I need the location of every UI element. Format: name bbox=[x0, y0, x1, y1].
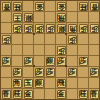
board-cell[interactable]: 歩 bbox=[89, 23, 99, 33]
board-cell[interactable] bbox=[67, 78, 77, 88]
board-cell[interactable]: 歩 bbox=[23, 56, 33, 66]
board-cell[interactable]: 歩 bbox=[1, 34, 11, 44]
shogi-piece-sente[interactable]: 銀 bbox=[46, 57, 55, 66]
board-cell[interactable]: 角 bbox=[12, 78, 22, 88]
board-cell[interactable]: 歩 bbox=[78, 23, 88, 33]
board-cell[interactable] bbox=[45, 45, 55, 55]
board-cell[interactable]: 金 bbox=[34, 1, 44, 11]
board-cell[interactable]: 香 bbox=[1, 1, 11, 11]
board-cell[interactable] bbox=[89, 12, 99, 22]
board-cell[interactable]: 飛 bbox=[56, 12, 66, 22]
board-cell[interactable]: 歩 bbox=[12, 67, 22, 77]
board-cell[interactable] bbox=[56, 67, 66, 77]
board-cell[interactable]: 玉 bbox=[23, 78, 33, 88]
shogi-piece-gote[interactable]: 桂 bbox=[13, 2, 22, 11]
board-cell[interactable] bbox=[23, 67, 33, 77]
board-cell[interactable]: 歩 bbox=[23, 23, 33, 33]
board-cell[interactable] bbox=[89, 34, 99, 44]
shogi-piece-gote[interactable]: 銀 bbox=[57, 24, 66, 33]
board-cell[interactable]: 桂 bbox=[12, 89, 22, 99]
board-cell[interactable] bbox=[45, 34, 55, 44]
shogi-piece-sente[interactable]: 金 bbox=[24, 90, 33, 99]
board-cell[interactable] bbox=[1, 23, 11, 33]
board-cell[interactable] bbox=[45, 1, 55, 11]
shogi-piece-sente[interactable]: 玉 bbox=[24, 79, 33, 88]
shogi-piece-gote[interactable]: 歩 bbox=[13, 24, 22, 33]
board-cell[interactable]: 香 bbox=[1, 89, 11, 99]
board-cell[interactable]: 銀 bbox=[34, 78, 44, 88]
board-cell[interactable]: 金 bbox=[56, 1, 66, 11]
shogi-piece-sente[interactable]: 歩 bbox=[35, 68, 44, 77]
shogi-piece-gote[interactable]: 飛 bbox=[57, 13, 66, 22]
shogi-piece-sente[interactable]: 歩 bbox=[2, 57, 11, 66]
shogi-piece-gote[interactable]: 桂 bbox=[79, 2, 88, 11]
board-cell[interactable]: 歩 bbox=[78, 56, 88, 66]
shogi-piece-gote[interactable]: 香 bbox=[90, 2, 99, 11]
board-cell[interactable] bbox=[56, 34, 66, 44]
board-cell[interactable]: 歩 bbox=[45, 67, 55, 77]
shogi-piece-sente[interactable]: 歩 bbox=[24, 57, 33, 66]
board-cell[interactable]: 歩 bbox=[56, 45, 66, 55]
shogi-piece-gote[interactable]: 金 bbox=[35, 2, 44, 11]
board-cell[interactable]: 歩 bbox=[89, 67, 99, 77]
board-cell[interactable] bbox=[45, 78, 55, 88]
board-cell[interactable]: 歩 bbox=[67, 34, 77, 44]
shogi-piece-gote[interactable]: 歩 bbox=[24, 24, 33, 33]
shogi-piece-gote[interactable]: 歩 bbox=[46, 24, 55, 33]
shogi-piece-sente[interactable]: 銀 bbox=[35, 79, 44, 88]
board-cell[interactable] bbox=[23, 34, 33, 44]
star-point-dot bbox=[33, 33, 35, 35]
shogi-piece-gote[interactable]: 王 bbox=[13, 13, 22, 22]
shogi-piece-gote[interactable]: 銀 bbox=[24, 13, 33, 22]
board-cell[interactable]: 桂 bbox=[12, 1, 22, 11]
board-cell[interactable] bbox=[1, 78, 11, 88]
shogi-piece-sente[interactable]: 桂 bbox=[13, 90, 22, 99]
board-cell[interactable]: 歩 bbox=[67, 67, 77, 77]
shogi-piece-sente[interactable]: 歩 bbox=[90, 68, 99, 77]
board-cell[interactable] bbox=[34, 56, 44, 66]
board-cell[interactable] bbox=[78, 45, 88, 55]
board-cell[interactable]: 桂 bbox=[78, 89, 88, 99]
board-cell[interactable] bbox=[67, 45, 77, 55]
shogi-piece-sente[interactable]: 桂 bbox=[79, 90, 88, 99]
shogi-piece-sente[interactable]: 金 bbox=[57, 90, 66, 99]
board-cell[interactable]: 歩 bbox=[34, 23, 44, 33]
board-cell[interactable] bbox=[12, 56, 22, 66]
board-cell[interactable]: 飛 bbox=[56, 78, 66, 88]
board-cell[interactable]: 桂 bbox=[78, 1, 88, 11]
board-cell[interactable]: 銀 bbox=[45, 56, 55, 66]
board-cell[interactable]: 角 bbox=[67, 23, 77, 33]
board-cell[interactable] bbox=[45, 12, 55, 22]
shogi-piece-gote[interactable]: 歩 bbox=[2, 35, 11, 44]
board-cell[interactable] bbox=[67, 1, 77, 11]
board-cell[interactable] bbox=[23, 45, 33, 55]
board-cell[interactable] bbox=[89, 78, 99, 88]
board-cell[interactable] bbox=[23, 1, 33, 11]
board-cell[interactable] bbox=[45, 89, 55, 99]
shogi-piece-sente[interactable]: 歩 bbox=[13, 68, 22, 77]
shogi-piece-gote[interactable]: 歩 bbox=[35, 24, 44, 33]
board-cell[interactable]: 歩 bbox=[45, 23, 55, 33]
board-cell[interactable]: 銀 bbox=[23, 12, 33, 22]
shogi-piece-sente[interactable]: 歩 bbox=[68, 68, 77, 77]
board-cell[interactable] bbox=[78, 78, 88, 88]
board-cell[interactable] bbox=[78, 34, 88, 44]
board-cell[interactable] bbox=[1, 67, 11, 77]
board-cell[interactable] bbox=[1, 12, 11, 22]
board-grid: 香桂金金桂香王銀飛歩歩歩歩銀角歩歩歩歩歩歩歩銀歩歩歩歩歩歩歩角玉銀飛香桂金金桂香 bbox=[1, 1, 99, 99]
shogi-board: 香桂金金桂香王銀飛歩歩歩歩銀角歩歩歩歩歩歩歩銀歩歩歩歩歩歩歩角玉銀飛香桂金金桂香 bbox=[0, 0, 100, 100]
shogi-piece-gote[interactable]: 歩 bbox=[90, 24, 99, 33]
board-cell[interactable]: 歩 bbox=[1, 56, 11, 66]
shogi-piece-gote[interactable]: 歩 bbox=[79, 24, 88, 33]
board-cell[interactable] bbox=[78, 12, 88, 22]
shogi-piece-sente[interactable]: 香 bbox=[2, 90, 11, 99]
board-cell[interactable] bbox=[12, 34, 22, 44]
board-cell[interactable]: 香 bbox=[89, 89, 99, 99]
shogi-piece-sente[interactable]: 歩 bbox=[79, 57, 88, 66]
board-cell[interactable] bbox=[1, 45, 11, 55]
board-cell[interactable] bbox=[89, 56, 99, 66]
board-cell[interactable] bbox=[67, 89, 77, 99]
shogi-piece-gote[interactable]: 香 bbox=[2, 2, 11, 11]
board-cell[interactable]: 香 bbox=[89, 1, 99, 11]
board-cell[interactable] bbox=[34, 45, 44, 55]
shogi-piece-gote[interactable]: 歩 bbox=[68, 35, 77, 44]
board-cell[interactable] bbox=[12, 45, 22, 55]
shogi-piece-sente[interactable]: 歩 bbox=[57, 57, 66, 66]
board-cell[interactable] bbox=[89, 45, 99, 55]
board-cell[interactable] bbox=[34, 89, 44, 99]
shogi-piece-gote[interactable]: 角 bbox=[68, 24, 77, 33]
board-cell[interactable] bbox=[78, 67, 88, 77]
shogi-piece-sente[interactable]: 角 bbox=[13, 79, 22, 88]
shogi-piece-sente[interactable]: 香 bbox=[90, 90, 99, 99]
board-cell[interactable]: 歩 bbox=[34, 67, 44, 77]
board-cell[interactable] bbox=[34, 12, 44, 22]
board-cell[interactable] bbox=[67, 12, 77, 22]
board-cell[interactable]: 金 bbox=[56, 89, 66, 99]
shogi-piece-gote[interactable]: 歩 bbox=[57, 46, 66, 55]
board-cell[interactable]: 銀 bbox=[56, 23, 66, 33]
shogi-piece-sente[interactable]: 歩 bbox=[46, 68, 55, 77]
board-cell[interactable]: 歩 bbox=[12, 23, 22, 33]
board-cell[interactable] bbox=[34, 34, 44, 44]
shogi-piece-gote[interactable]: 金 bbox=[57, 2, 66, 11]
board-cell[interactable] bbox=[67, 56, 77, 66]
board-cell[interactable]: 金 bbox=[23, 89, 33, 99]
shogi-piece-sente[interactable]: 飛 bbox=[57, 79, 66, 88]
board-cell[interactable]: 王 bbox=[12, 12, 22, 22]
